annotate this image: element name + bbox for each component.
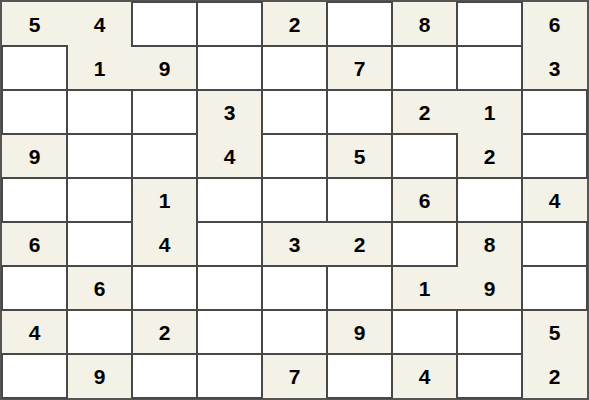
sudoku-cell-r7c5[interactable]: [262, 266, 327, 310]
given-digit: 6: [94, 278, 106, 299]
given-digit: 3: [549, 58, 561, 79]
sudoku-cell-r4c6: 5: [327, 134, 392, 178]
sudoku-cell-r7c7: 1: [392, 266, 457, 310]
sudoku-cell-r3c9[interactable]: [522, 90, 587, 134]
sudoku-cell-r1c5: 2: [262, 2, 327, 46]
sudoku-cell-r3c1[interactable]: [2, 90, 67, 134]
given-digit: 1: [419, 278, 431, 299]
sudoku-cell-r6c2[interactable]: [67, 222, 132, 266]
given-digit: 6: [29, 234, 41, 255]
given-digit: 4: [224, 146, 236, 167]
given-digit: 3: [289, 234, 301, 255]
given-digit: 9: [159, 58, 171, 79]
given-digit: 9: [484, 278, 496, 299]
sudoku-cell-r5c3: 1: [132, 178, 197, 222]
sudoku-cell-r1c3[interactable]: [132, 2, 197, 46]
sudoku-cell-r2c4[interactable]: [197, 46, 262, 90]
sudoku-cell-r8c5[interactable]: [262, 310, 327, 354]
sudoku-cell-r6c3: 4: [132, 222, 197, 266]
sudoku-cell-r2c5[interactable]: [262, 46, 327, 90]
sudoku-cell-r8c8[interactable]: [457, 310, 522, 354]
sudoku-cell-r5c5[interactable]: [262, 178, 327, 222]
sudoku-cell-r3c3[interactable]: [132, 90, 197, 134]
sudoku-cell-r2c1[interactable]: [2, 46, 67, 90]
sudoku-cell-r2c2: 1: [67, 46, 132, 90]
sudoku-cell-r6c1: 6: [2, 222, 67, 266]
given-digit: 9: [354, 322, 366, 343]
sudoku-cell-r3c8: 1: [457, 90, 522, 134]
sudoku-cell-r4c9[interactable]: [522, 134, 587, 178]
given-digit: 8: [419, 14, 431, 35]
given-digit: 2: [549, 366, 561, 387]
sudoku-grid: 54286197332194521646432861942959742: [0, 0, 589, 400]
sudoku-cell-r9c3[interactable]: [132, 354, 197, 398]
given-digit: 9: [29, 146, 41, 167]
sudoku-cell-r8c6: 9: [327, 310, 392, 354]
given-digit: 9: [94, 366, 106, 387]
sudoku-cell-r9c5: 7: [262, 354, 327, 398]
sudoku-cell-r5c8[interactable]: [457, 178, 522, 222]
given-digit: 1: [159, 190, 171, 211]
sudoku-cell-r5c4[interactable]: [197, 178, 262, 222]
sudoku-cell-r9c9: 2: [522, 354, 587, 398]
given-digit: 4: [159, 234, 171, 255]
sudoku-cell-r3c7: 2: [392, 90, 457, 134]
sudoku-cell-r4c7[interactable]: [392, 134, 457, 178]
sudoku-cell-r2c6: 7: [327, 46, 392, 90]
sudoku-cell-r8c7[interactable]: [392, 310, 457, 354]
given-digit: 5: [354, 146, 366, 167]
sudoku-cell-r2c9: 3: [522, 46, 587, 90]
sudoku-cell-r4c5[interactable]: [262, 134, 327, 178]
given-digit: 4: [419, 366, 431, 387]
sudoku-cell-r9c6[interactable]: [327, 354, 392, 398]
given-digit: 1: [484, 102, 496, 123]
given-digit: 2: [354, 234, 366, 255]
sudoku-cell-r6c6: 2: [327, 222, 392, 266]
sudoku-cell-r2c8[interactable]: [457, 46, 522, 90]
sudoku-cell-r4c8: 2: [457, 134, 522, 178]
sudoku-cell-r1c1: 5: [2, 2, 67, 46]
given-digit: 8: [484, 234, 496, 255]
given-digit: 4: [549, 190, 561, 211]
sudoku-cell-r8c9: 5: [522, 310, 587, 354]
given-digit: 4: [29, 322, 41, 343]
given-digit: 2: [484, 146, 496, 167]
given-digit: 2: [419, 102, 431, 123]
sudoku-cell-r9c8[interactable]: [457, 354, 522, 398]
given-digit: 1: [94, 58, 106, 79]
given-digit: 2: [289, 14, 301, 35]
sudoku-cell-r7c9[interactable]: [522, 266, 587, 310]
sudoku-cell-r9c2: 9: [67, 354, 132, 398]
given-digit: 6: [549, 14, 561, 35]
sudoku-cell-r6c9[interactable]: [522, 222, 587, 266]
sudoku-cell-r5c6[interactable]: [327, 178, 392, 222]
given-digit: 7: [354, 58, 366, 79]
sudoku-cell-r8c4[interactable]: [197, 310, 262, 354]
sudoku-cell-r7c8: 9: [457, 266, 522, 310]
given-digit: 4: [94, 14, 106, 35]
sudoku-cell-r3c6[interactable]: [327, 90, 392, 134]
sudoku-cell-r1c2: 4: [67, 2, 132, 46]
given-digit: 6: [419, 190, 431, 211]
sudoku-cell-r5c2[interactable]: [67, 178, 132, 222]
given-digit: 3: [224, 102, 236, 123]
sudoku-cell-r1c4[interactable]: [197, 2, 262, 46]
sudoku-cell-r1c9: 6: [522, 2, 587, 46]
sudoku-cell-r7c4[interactable]: [197, 266, 262, 310]
sudoku-cell-r8c1: 4: [2, 310, 67, 354]
sudoku-cell-r2c3: 9: [132, 46, 197, 90]
sudoku-cell-r5c7: 6: [392, 178, 457, 222]
sudoku-cell-r1c7: 8: [392, 2, 457, 46]
sudoku-cell-r6c7[interactable]: [392, 222, 457, 266]
sudoku-cell-r5c1[interactable]: [2, 178, 67, 222]
sudoku-cell-r7c2: 6: [67, 266, 132, 310]
sudoku-cell-r7c6[interactable]: [327, 266, 392, 310]
sudoku-cell-r2c7[interactable]: [392, 46, 457, 90]
sudoku-cell-r4c4: 4: [197, 134, 262, 178]
given-digit: 5: [549, 322, 561, 343]
sudoku-cell-r4c2[interactable]: [67, 134, 132, 178]
sudoku-cell-r6c5: 3: [262, 222, 327, 266]
sudoku-cell-r6c4[interactable]: [197, 222, 262, 266]
sudoku-cell-r4c3[interactable]: [132, 134, 197, 178]
sudoku-cell-r1c8[interactable]: [457, 2, 522, 46]
sudoku-cell-r9c7: 4: [392, 354, 457, 398]
sudoku-cell-r3c2[interactable]: [67, 90, 132, 134]
sudoku-cell-r1c6[interactable]: [327, 2, 392, 46]
sudoku-cell-r8c2[interactable]: [67, 310, 132, 354]
sudoku-cell-r6c8: 8: [457, 222, 522, 266]
given-digit: 5: [29, 14, 41, 35]
sudoku-cell-r7c1[interactable]: [2, 266, 67, 310]
sudoku-cell-r7c3[interactable]: [132, 266, 197, 310]
sudoku-cell-r8c3: 2: [132, 310, 197, 354]
sudoku-cell-r3c5[interactable]: [262, 90, 327, 134]
sudoku-cell-r3c4: 3: [197, 90, 262, 134]
given-digit: 7: [289, 366, 301, 387]
sudoku-cell-r4c1: 9: [2, 134, 67, 178]
given-digit: 2: [159, 322, 171, 343]
sudoku-cell-r5c9: 4: [522, 178, 587, 222]
sudoku-cell-r9c1[interactable]: [2, 354, 67, 398]
sudoku-cell-r9c4[interactable]: [197, 354, 262, 398]
